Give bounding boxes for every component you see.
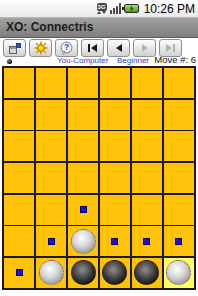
board-cell[interactable] bbox=[132, 195, 162, 225]
move-marker bbox=[111, 238, 118, 245]
board-cell[interactable] bbox=[164, 258, 194, 288]
white-piece bbox=[39, 260, 64, 285]
board-cell[interactable] bbox=[100, 258, 130, 288]
board-cell[interactable] bbox=[100, 163, 130, 193]
board-cell[interactable] bbox=[4, 131, 34, 161]
new-game-button[interactable] bbox=[3, 39, 26, 57]
help-button[interactable]: ? bbox=[55, 39, 78, 57]
board-cell[interactable] bbox=[36, 195, 66, 225]
next-move-button[interactable] bbox=[133, 39, 156, 57]
board-cell[interactable] bbox=[36, 131, 66, 161]
move-marker bbox=[16, 269, 23, 276]
board-cell[interactable] bbox=[164, 131, 194, 161]
move-marker bbox=[80, 206, 87, 213]
sun-icon bbox=[34, 41, 48, 55]
black-piece bbox=[102, 260, 127, 285]
difficulty-link[interactable]: Beginner bbox=[117, 57, 149, 65]
move-marker bbox=[143, 238, 150, 245]
board-cell[interactable] bbox=[132, 68, 162, 98]
board-grid bbox=[2, 66, 196, 290]
forward-arrow-icon bbox=[142, 44, 148, 52]
board-cell[interactable] bbox=[36, 226, 66, 256]
board-cell[interactable] bbox=[36, 258, 66, 288]
board-area bbox=[0, 66, 198, 296]
board-cell[interactable] bbox=[68, 100, 98, 130]
black-piece bbox=[71, 260, 96, 285]
board-cell[interactable] bbox=[164, 195, 194, 225]
board-cell[interactable] bbox=[132, 163, 162, 193]
white-piece bbox=[166, 260, 191, 285]
board-cell[interactable] bbox=[68, 226, 98, 256]
board-cell[interactable] bbox=[4, 226, 34, 256]
turn-indicator-dot bbox=[7, 59, 12, 64]
move-counter: Move #: 6 bbox=[154, 56, 196, 64]
new-window-icon bbox=[9, 43, 21, 54]
first-move-button[interactable] bbox=[81, 39, 104, 57]
battery-charging-icon bbox=[124, 4, 139, 13]
board-cell[interactable] bbox=[68, 68, 98, 98]
app-title: XO: Connectris bbox=[6, 20, 93, 34]
status-clock: 10:26 PM bbox=[144, 2, 195, 16]
board-cell[interactable] bbox=[132, 226, 162, 256]
move-marker bbox=[175, 238, 182, 245]
mobile-data-3g-icon: 3G bbox=[97, 3, 107, 14]
board-cell[interactable] bbox=[68, 195, 98, 225]
players-link[interactable]: You-Computer bbox=[57, 57, 108, 65]
app-title-bar: XO: Connectris bbox=[0, 18, 198, 38]
board-cell[interactable] bbox=[4, 68, 34, 98]
board-cell[interactable] bbox=[68, 258, 98, 288]
board-cell[interactable] bbox=[164, 163, 194, 193]
help-bubble-icon: ? bbox=[59, 41, 74, 56]
svg-text:?: ? bbox=[64, 42, 69, 52]
board-cell[interactable] bbox=[36, 68, 66, 98]
board-cell[interactable] bbox=[4, 163, 34, 193]
board-cell[interactable] bbox=[4, 258, 34, 288]
black-piece bbox=[134, 260, 159, 285]
phone-screen: 3G 10:26 PM XO: Connectris bbox=[0, 0, 198, 296]
previous-move-button[interactable] bbox=[107, 39, 130, 57]
board-cell[interactable] bbox=[68, 163, 98, 193]
board-cell[interactable] bbox=[100, 131, 130, 161]
board-cell[interactable] bbox=[4, 195, 34, 225]
board-cell[interactable] bbox=[100, 100, 130, 130]
skip-to-start-icon bbox=[88, 44, 97, 52]
board-cell[interactable] bbox=[100, 195, 130, 225]
board-cell[interactable] bbox=[164, 68, 194, 98]
board-cell[interactable] bbox=[132, 100, 162, 130]
board-cell[interactable] bbox=[132, 131, 162, 161]
signal-strength-icon bbox=[110, 3, 121, 14]
mobile-data-badge: 3G bbox=[97, 3, 107, 11]
game-info-bar: You-Computer Beginner Move #: 6 bbox=[0, 58, 198, 66]
board-cell[interactable] bbox=[36, 163, 66, 193]
board-cell[interactable] bbox=[68, 131, 98, 161]
board-cell[interactable] bbox=[132, 258, 162, 288]
board-cell[interactable] bbox=[164, 226, 194, 256]
board-cell[interactable] bbox=[100, 68, 130, 98]
white-piece bbox=[71, 229, 96, 254]
move-marker bbox=[48, 238, 55, 245]
board-cell[interactable] bbox=[36, 100, 66, 130]
status-bar: 3G 10:26 PM bbox=[0, 0, 198, 18]
board-cell[interactable] bbox=[4, 100, 34, 130]
back-arrow-icon bbox=[116, 44, 122, 52]
skip-to-end-icon bbox=[166, 44, 175, 52]
board-cell[interactable] bbox=[100, 226, 130, 256]
board-cell[interactable] bbox=[164, 100, 194, 130]
settings-button[interactable] bbox=[29, 39, 52, 57]
